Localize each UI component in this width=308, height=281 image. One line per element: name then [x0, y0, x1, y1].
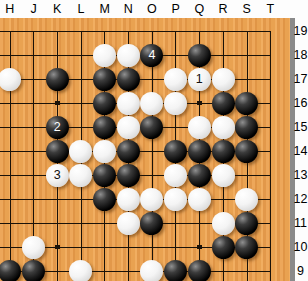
stone-white-P13[interactable]	[164, 164, 187, 187]
row-label-15: 15	[294, 120, 308, 134]
stone-white-N15[interactable]	[117, 116, 140, 139]
stone-white-J10[interactable]	[22, 236, 45, 259]
column-label-J: J	[30, 0, 36, 18]
stone-white-H17[interactable]	[0, 68, 21, 91]
stone-white-S12[interactable]	[235, 188, 258, 211]
row-label-19: 19	[294, 24, 308, 38]
stone-black-N14[interactable]	[117, 140, 140, 163]
stone-black-K17[interactable]	[46, 68, 69, 91]
stone-black-S11[interactable]	[235, 212, 258, 235]
stone-white-L14[interactable]	[69, 140, 92, 163]
stone-black-Q18[interactable]	[188, 44, 211, 67]
stone-white-O9[interactable]	[140, 260, 163, 281]
stone-white-N12[interactable]	[117, 188, 140, 211]
stone-black-Q9[interactable]	[188, 260, 211, 281]
row-label-14: 14	[294, 144, 308, 158]
stone-black-K14[interactable]	[46, 140, 69, 163]
stone-black-S10[interactable]	[235, 236, 258, 259]
stone-black-S16[interactable]	[235, 92, 258, 115]
stone-white-L13[interactable]	[69, 164, 92, 187]
stone-white-N18[interactable]	[117, 44, 140, 67]
stone-black-M15[interactable]	[93, 116, 116, 139]
stone-black-O11[interactable]	[140, 212, 163, 235]
stone-white-R17[interactable]	[212, 68, 235, 91]
stone-black-H9[interactable]	[0, 260, 21, 281]
stone-white-M14[interactable]	[93, 140, 116, 163]
go-board-screenshot: HJKLMNOPQRST 191817161514131211109 4123	[0, 0, 308, 281]
stone-black-K15[interactable]: 2	[46, 116, 69, 139]
stone-black-N13[interactable]	[117, 164, 140, 187]
column-label-M: M	[99, 0, 109, 18]
stone-black-O15[interactable]	[140, 116, 163, 139]
move-number-label: 4	[148, 49, 155, 62]
row-label-18: 18	[294, 48, 308, 62]
move-number-label: 2	[54, 121, 61, 134]
column-label-H: H	[5, 0, 14, 18]
stone-white-Q17[interactable]: 1	[188, 68, 211, 91]
stone-black-R10[interactable]	[212, 236, 235, 259]
stone-white-P16[interactable]	[164, 92, 187, 115]
column-label-P: P	[171, 0, 179, 18]
stone-white-R15[interactable]	[212, 116, 235, 139]
stone-white-P12[interactable]	[164, 188, 187, 211]
row-label-11: 11	[294, 216, 307, 230]
column-labels: HJKLMNOPQRST	[0, 0, 282, 18]
stone-white-O12[interactable]	[140, 188, 163, 211]
row-label-13: 13	[294, 168, 308, 182]
stone-white-P17[interactable]	[164, 68, 187, 91]
stone-white-R11[interactable]	[212, 212, 235, 235]
column-label-O: O	[147, 0, 157, 18]
column-label-K: K	[53, 0, 61, 18]
row-labels: 191817161514131211109	[293, 19, 308, 281]
stone-white-R13[interactable]	[212, 164, 235, 187]
column-label-R: R	[219, 0, 228, 18]
stones-layer: 4123	[0, 19, 282, 281]
row-label-12: 12	[294, 192, 308, 206]
stone-black-N17[interactable]	[117, 68, 140, 91]
row-label-16: 16	[294, 96, 308, 110]
stone-white-N16[interactable]	[117, 92, 140, 115]
stone-white-Q12[interactable]	[188, 188, 211, 211]
stone-black-O18[interactable]: 4	[140, 44, 163, 67]
column-label-S: S	[243, 0, 251, 18]
column-label-N: N	[124, 0, 133, 18]
stone-black-R14[interactable]	[212, 140, 235, 163]
column-label-L: L	[77, 0, 84, 18]
stone-white-N11[interactable]	[117, 212, 140, 235]
stone-black-P14[interactable]	[164, 140, 187, 163]
row-label-9: 9	[297, 264, 304, 278]
stone-black-Q14[interactable]	[188, 140, 211, 163]
row-label-17: 17	[294, 72, 308, 86]
stone-black-M13[interactable]	[93, 164, 116, 187]
stone-white-Q15[interactable]	[188, 116, 211, 139]
move-number-label: 3	[54, 169, 61, 182]
stone-black-M12[interactable]	[93, 188, 116, 211]
stone-white-O16[interactable]	[140, 92, 163, 115]
column-label-Q: Q	[194, 0, 204, 18]
stone-black-Q13[interactable]	[188, 164, 211, 187]
move-number-label: 1	[196, 73, 203, 86]
stone-white-L9[interactable]	[69, 260, 92, 281]
stone-black-P9[interactable]	[164, 260, 187, 281]
stone-black-S15[interactable]	[235, 116, 258, 139]
stone-black-J9[interactable]	[22, 260, 45, 281]
row-label-10: 10	[294, 240, 308, 254]
stone-black-S14[interactable]	[235, 140, 258, 163]
stone-black-M16[interactable]	[93, 92, 116, 115]
stone-black-M17[interactable]	[93, 68, 116, 91]
stone-white-K13[interactable]: 3	[46, 164, 69, 187]
stone-black-R16[interactable]	[212, 92, 235, 115]
stone-white-M18[interactable]	[93, 44, 116, 67]
column-label-T: T	[267, 0, 275, 18]
